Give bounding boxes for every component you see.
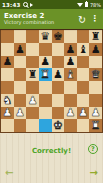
square-e1[interactable]: ♚: [52, 119, 65, 132]
black-rook-h8: ♜: [91, 30, 101, 41]
white-pawn-a2: ♟: [2, 107, 12, 118]
overflow-menu-icon[interactable]: ⋮: [91, 15, 99, 23]
square-d5[interactable]: ♜: [39, 68, 52, 81]
square-f7[interactable]: ♟: [64, 43, 77, 56]
square-f3[interactable]: [64, 94, 77, 107]
square-a4[interactable]: [1, 81, 14, 94]
square-e8[interactable]: ♚: [52, 30, 65, 43]
black-pawn-e5: ♟: [53, 69, 63, 80]
square-g2[interactable]: ♟: [77, 107, 90, 120]
square-g7[interactable]: ♝: [77, 43, 90, 56]
square-h6[interactable]: [89, 56, 102, 69]
black-pawn-a6: ♟: [2, 56, 12, 67]
square-f8[interactable]: [64, 30, 77, 43]
app-bar: Exercise 2 Victory combination ↻ ⋮: [0, 9, 103, 29]
square-g3[interactable]: [77, 94, 90, 107]
white-rook-d5: ♜: [40, 69, 50, 80]
square-d8[interactable]: ♛: [39, 30, 52, 43]
black-rook-c5: ♜: [28, 69, 38, 80]
square-e3[interactable]: [52, 94, 65, 107]
page-subtitle: Victory combination: [4, 20, 78, 26]
square-c6[interactable]: [26, 56, 39, 69]
black-king-e8: ♚: [53, 30, 63, 41]
square-g8[interactable]: [77, 30, 90, 43]
square-a2[interactable]: ♟: [1, 107, 14, 120]
square-c1[interactable]: [26, 119, 39, 132]
square-f4[interactable]: [64, 81, 77, 94]
square-g5[interactable]: [77, 68, 90, 81]
square-e2[interactable]: [52, 107, 65, 120]
square-d3[interactable]: [39, 94, 52, 107]
square-e6[interactable]: [52, 56, 65, 69]
square-c8[interactable]: [26, 30, 39, 43]
square-h7[interactable]: ♟: [89, 43, 102, 56]
square-d7[interactable]: [39, 43, 52, 56]
square-b1[interactable]: [14, 119, 27, 132]
square-c7[interactable]: [26, 43, 39, 56]
white-queen-h5: ♛: [91, 69, 101, 80]
status-bar: 13:43 78%: [0, 0, 103, 9]
square-c3[interactable]: ♟: [26, 94, 39, 107]
clock: 13:43: [2, 2, 21, 8]
square-f1[interactable]: [64, 119, 77, 132]
black-pawn-b7: ♟: [15, 43, 25, 54]
white-rook-h1: ♜: [91, 120, 101, 131]
black-pawn-f6: ♟: [66, 56, 76, 67]
square-a5[interactable]: [1, 68, 14, 81]
black-queen-d8: ♛: [40, 30, 50, 41]
help-icon[interactable]: ?: [88, 144, 98, 154]
square-b5[interactable]: [14, 68, 27, 81]
prev-exercise-arrow[interactable]: ←: [5, 168, 13, 178]
bottom-panel: Correctly! ? ← →: [0, 134, 103, 183]
white-pawn-f2: ♟: [66, 107, 76, 118]
black-bishop-g7: ♝: [78, 43, 88, 54]
search-icon: [23, 2, 28, 7]
square-g6[interactable]: [77, 56, 90, 69]
square-d1[interactable]: [39, 119, 52, 132]
square-a7[interactable]: [1, 43, 14, 56]
square-e5[interactable]: ♟: [52, 68, 65, 81]
square-c2[interactable]: [26, 107, 39, 120]
white-pawn-c3: ♟: [28, 94, 38, 105]
square-b8[interactable]: [14, 30, 27, 43]
black-pawn-d6: ♟: [40, 56, 50, 67]
signal-icon: [77, 3, 83, 7]
status-secondary-icon: [30, 3, 33, 7]
square-h3[interactable]: [89, 94, 102, 107]
square-f6[interactable]: ♟: [64, 56, 77, 69]
white-pawn-g2: ♟: [78, 107, 88, 118]
white-king-e1: ♚: [53, 120, 63, 131]
square-b7[interactable]: ♟: [14, 43, 27, 56]
square-a1[interactable]: [1, 119, 14, 132]
square-d2[interactable]: [39, 107, 52, 120]
white-pawn-b2: ♟: [15, 107, 25, 118]
square-a8[interactable]: [1, 30, 14, 43]
square-g1[interactable]: [77, 119, 90, 132]
square-f5[interactable]: ♝: [64, 68, 77, 81]
square-h8[interactable]: ♜: [89, 30, 102, 43]
app-bar-titles: Exercise 2 Victory combination: [4, 12, 78, 26]
square-h4[interactable]: [89, 81, 102, 94]
square-e4[interactable]: [52, 81, 65, 94]
square-b4[interactable]: [14, 81, 27, 94]
white-knight-a3: ♞: [2, 94, 12, 105]
next-exercise-arrow[interactable]: →: [90, 168, 98, 178]
square-b3[interactable]: [14, 94, 27, 107]
white-pawn-h2: ♟: [91, 107, 101, 118]
square-b6[interactable]: [14, 56, 27, 69]
square-e7[interactable]: [52, 43, 65, 56]
battery-percent: 78%: [90, 2, 101, 8]
square-d4[interactable]: [39, 81, 52, 94]
chess-board[interactable]: ♛♚♜♟♟♝♟♟♟♟♜♜♟♝♛♞♟♟♟♟♟♟♚♜: [0, 29, 103, 133]
refresh-icon[interactable]: ↻: [78, 15, 86, 24]
black-pawn-f7: ♟: [66, 43, 76, 54]
square-b2[interactable]: ♟: [14, 107, 27, 120]
square-f2[interactable]: ♟: [64, 107, 77, 120]
battery-icon: [85, 2, 88, 8]
square-h5[interactable]: ♛: [89, 68, 102, 81]
square-d6[interactable]: ♟: [39, 56, 52, 69]
square-h1[interactable]: ♜: [89, 119, 102, 132]
black-pawn-h7: ♟: [91, 43, 101, 54]
square-a3[interactable]: ♞: [1, 94, 14, 107]
square-c4[interactable]: [26, 81, 39, 94]
white-bishop-f5: ♝: [66, 69, 76, 80]
square-h2[interactable]: ♟: [89, 107, 102, 120]
square-g4[interactable]: [77, 81, 90, 94]
square-a6[interactable]: ♟: [1, 56, 14, 69]
square-c5[interactable]: ♜: [26, 68, 39, 81]
